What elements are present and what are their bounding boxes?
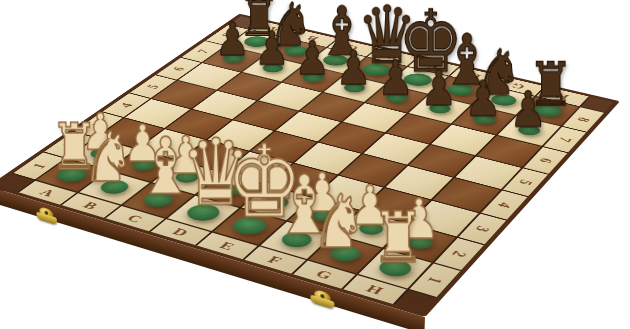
piece-black-pawn-a7[interactable]: ♟ [214,19,251,59]
clasp-plate-icon [39,206,54,219]
clasp-base-icon [36,212,57,226]
piece-white-knight-b1[interactable]: ♞ [92,127,135,188]
piece-black-pawn-d7[interactable]: ♟ [334,47,373,89]
piece-white-rook-h1[interactable]: ♜ [371,208,417,270]
piece-white-king-e1[interactable]: ♚ [226,139,270,227]
piece-white-bishop-c1[interactable]: ♝ [136,132,179,201]
board-grid: ABCDEFGH8♜♞♝♛♚♝♞♜87♟♟♟♟♟♟♟♟7665544332♟♟♟… [0,14,620,317]
piece-black-pawn-f7[interactable]: ♟ [419,67,458,110]
brass-clasp-left [35,205,57,227]
piece-white-knight-g1[interactable]: ♞ [322,190,368,255]
piece-black-pawn-c7[interactable]: ♟ [293,38,331,79]
chess-set-photo: ABCDEFGH8♜♞♝♛♚♝♞♜87♟♟♟♟♟♟♟♟7665544332♟♟♟… [0,0,630,329]
piece-white-queen-d1[interactable]: ♛ [180,133,224,214]
piece-black-pawn-h7[interactable]: ♟ [508,88,548,132]
chess-board: ABCDEFGH8♜♞♝♛♚♝♞♜87♟♟♟♟♟♟♟♟7665544332♟♟♟… [0,14,620,317]
brass-clasp-right [310,288,334,312]
piece-black-pawn-b7[interactable]: ♟ [253,28,291,69]
clasp-base-icon [310,294,334,309]
piece-black-pawn-e7[interactable]: ♟ [376,57,415,99]
piece-black-pawn-g7[interactable]: ♟ [463,77,503,120]
clasp-plate-icon [314,289,330,304]
